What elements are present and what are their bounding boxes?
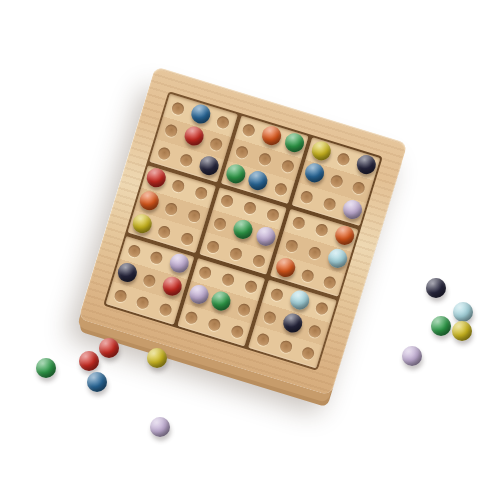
dimple [157, 224, 172, 239]
dimple [307, 245, 322, 260]
dimple [184, 311, 199, 326]
dimple [301, 346, 316, 361]
dimple [299, 190, 314, 205]
dimple [314, 301, 329, 316]
ball-blue[interactable] [247, 169, 271, 193]
dimple [236, 302, 251, 317]
ball-green[interactable] [232, 218, 256, 242]
ball-red[interactable] [161, 274, 185, 298]
dimple [127, 244, 142, 259]
dimple [243, 279, 258, 294]
dimple [308, 324, 323, 339]
dimple [291, 216, 306, 231]
dimple [170, 101, 185, 116]
dimple [229, 246, 244, 261]
dimple [163, 123, 178, 138]
dimple [221, 272, 236, 287]
dimple [207, 317, 222, 332]
board-grid [103, 91, 383, 371]
ball-orange[interactable] [260, 124, 284, 148]
dimple [323, 275, 338, 290]
sudoku-board [78, 66, 408, 396]
ball-blue[interactable] [189, 102, 213, 126]
loose-ball-lavender[interactable] [402, 346, 422, 366]
dimple [242, 123, 257, 138]
dimple [142, 273, 157, 288]
dimple [157, 146, 172, 161]
ball-lavender[interactable] [340, 198, 364, 222]
dimple [314, 223, 329, 238]
block-3-3 [248, 280, 336, 368]
loose-ball-yellow[interactable] [147, 348, 167, 368]
dimple [215, 115, 230, 130]
ball-lavender[interactable] [254, 225, 278, 249]
ball-lavender[interactable] [168, 252, 192, 276]
dimple [351, 181, 366, 196]
dimple [269, 287, 284, 302]
loose-ball-green[interactable] [36, 358, 56, 378]
product-photo-scene [0, 0, 500, 500]
loose-ball-red[interactable] [79, 351, 99, 371]
loose-ball-yellow[interactable] [452, 321, 472, 341]
dimple [171, 179, 186, 194]
loose-ball-lavender[interactable] [150, 417, 170, 437]
dimple [180, 231, 195, 246]
ball-orange[interactable] [138, 189, 162, 213]
dimple [229, 324, 244, 339]
loose-ball-red[interactable] [99, 338, 119, 358]
dimple [213, 217, 228, 232]
dimple [113, 289, 128, 304]
loose-ball-navy[interactable] [426, 278, 446, 298]
dimple [206, 239, 221, 254]
ball-yellow[interactable] [131, 211, 155, 235]
dimple [220, 194, 235, 209]
dimple [256, 332, 271, 347]
dimple [208, 137, 223, 152]
ball-navy[interactable] [116, 260, 140, 284]
dimple [158, 302, 173, 317]
ball-green[interactable] [210, 289, 234, 313]
dimple [300, 268, 315, 283]
dimple [336, 151, 351, 166]
loose-ball-blue[interactable] [87, 372, 107, 392]
dimple [149, 251, 164, 266]
ball-red[interactable] [145, 166, 169, 190]
dimple [179, 153, 194, 168]
dimple [135, 296, 150, 311]
dimple [278, 339, 293, 354]
dimple [235, 145, 250, 160]
ball-green[interactable] [283, 131, 307, 155]
dimple [329, 174, 344, 189]
ball-green[interactable] [224, 162, 248, 186]
ball-red[interactable] [182, 124, 206, 148]
ball-orange[interactable] [274, 255, 298, 279]
dimple [187, 209, 202, 224]
ball-orange[interactable] [332, 224, 356, 248]
dimple [322, 196, 337, 211]
ball-navy[interactable] [354, 152, 378, 176]
loose-ball-cyan[interactable] [453, 302, 473, 322]
ball-cyan[interactable] [325, 246, 349, 270]
dimple [273, 181, 288, 196]
dimple [280, 159, 295, 174]
dimple [265, 208, 280, 223]
dimple [164, 202, 179, 217]
dimple [284, 238, 299, 253]
ball-yellow[interactable] [309, 139, 333, 163]
ball-blue[interactable] [302, 161, 326, 185]
ball-cyan[interactable] [288, 288, 312, 312]
dimple [194, 186, 209, 201]
ball-navy[interactable] [281, 311, 305, 335]
dimple [257, 152, 272, 167]
loose-ball-green[interactable] [431, 316, 451, 336]
dimple [251, 253, 266, 268]
dimple [198, 265, 213, 280]
dimple [263, 310, 278, 325]
dimple [242, 201, 257, 216]
ball-lavender[interactable] [187, 282, 211, 306]
ball-navy[interactable] [198, 154, 222, 178]
